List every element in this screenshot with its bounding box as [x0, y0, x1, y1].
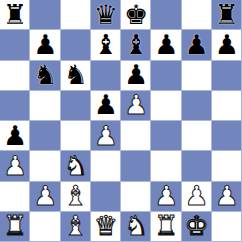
square-e1[interactable]: ♞ [121, 212, 151, 242]
square-e7[interactable]: ♝ [121, 30, 151, 60]
square-b8[interactable] [30, 0, 60, 30]
chess-board: ♜♛♚♜♟♝♝♟♟♟♞♞♟♟♟♟♟♟♞♟♝♟♟♟♜♝♛♞♜♚ [0, 0, 242, 242]
square-f5[interactable] [151, 91, 181, 121]
black-king-e8: ♚ [124, 1, 148, 28]
black-pawn-h7: ♟ [215, 31, 239, 58]
square-b4[interactable] [30, 121, 60, 151]
square-d1[interactable]: ♛ [91, 212, 121, 242]
white-knight-c3: ♞ [64, 152, 88, 179]
white-king-g1: ♚ [185, 212, 209, 239]
white-bishop-c2: ♝ [64, 182, 88, 209]
square-a3[interactable]: ♟ [0, 151, 30, 181]
square-f2[interactable]: ♟ [151, 182, 181, 212]
square-a5[interactable] [0, 91, 30, 121]
square-g3[interactable] [182, 151, 212, 181]
square-a2[interactable] [0, 182, 30, 212]
square-d5[interactable]: ♟ [91, 91, 121, 121]
square-h3[interactable] [212, 151, 242, 181]
square-e3[interactable] [121, 151, 151, 181]
square-f3[interactable] [151, 151, 181, 181]
square-g8[interactable] [182, 0, 212, 30]
black-pawn-f7: ♟ [154, 31, 178, 58]
square-e2[interactable] [121, 182, 151, 212]
white-pawn-a3: ♟ [3, 152, 27, 179]
square-d2[interactable] [91, 182, 121, 212]
square-b2[interactable]: ♟ [30, 182, 60, 212]
square-c4[interactable] [61, 121, 91, 151]
chess-board-container: ♜♛♚♜♟♝♝♟♟♟♞♞♟♟♟♟♟♟♞♟♝♟♟♟♜♝♛♞♜♚ [0, 0, 242, 242]
black-queen-d8: ♛ [94, 1, 118, 28]
white-pawn-d4: ♟ [94, 122, 118, 149]
square-f8[interactable] [151, 0, 181, 30]
square-g6[interactable] [182, 61, 212, 91]
square-c8[interactable] [61, 0, 91, 30]
square-h4[interactable] [212, 121, 242, 151]
square-b6[interactable]: ♞ [30, 61, 60, 91]
black-pawn-a4: ♟ [3, 122, 27, 149]
square-g7[interactable]: ♟ [182, 30, 212, 60]
black-bishop-e7: ♝ [124, 31, 148, 58]
black-pawn-d5: ♟ [94, 91, 118, 118]
black-rook-a8: ♜ [3, 1, 27, 28]
black-knight-b6: ♞ [33, 61, 57, 88]
square-c7[interactable] [61, 30, 91, 60]
black-rook-h8: ♜ [215, 1, 239, 28]
square-c2[interactable]: ♝ [61, 182, 91, 212]
square-f1[interactable]: ♜ [151, 212, 181, 242]
square-g4[interactable] [182, 121, 212, 151]
square-b3[interactable] [30, 151, 60, 181]
white-bishop-c1: ♝ [64, 212, 88, 239]
square-d8[interactable]: ♛ [91, 0, 121, 30]
square-a1[interactable]: ♜ [0, 212, 30, 242]
square-h6[interactable] [212, 61, 242, 91]
square-d3[interactable] [91, 151, 121, 181]
black-pawn-b7: ♟ [33, 31, 57, 58]
square-h2[interactable]: ♟ [212, 182, 242, 212]
square-a4[interactable]: ♟ [0, 121, 30, 151]
square-h1[interactable] [212, 212, 242, 242]
square-g1[interactable]: ♚ [182, 212, 212, 242]
square-e8[interactable]: ♚ [121, 0, 151, 30]
square-a6[interactable] [0, 61, 30, 91]
square-e4[interactable] [121, 121, 151, 151]
square-e6[interactable]: ♟ [121, 61, 151, 91]
white-queen-d1: ♛ [94, 212, 118, 239]
square-d4[interactable]: ♟ [91, 121, 121, 151]
square-d6[interactable] [91, 61, 121, 91]
square-c3[interactable]: ♞ [61, 151, 91, 181]
square-f7[interactable]: ♟ [151, 30, 181, 60]
black-pawn-g7: ♟ [185, 31, 209, 58]
square-c1[interactable]: ♝ [61, 212, 91, 242]
white-pawn-f2: ♟ [154, 182, 178, 209]
white-pawn-g2: ♟ [185, 182, 209, 209]
square-h8[interactable]: ♜ [212, 0, 242, 30]
black-pawn-e6: ♟ [124, 61, 148, 88]
black-knight-c6: ♞ [64, 61, 88, 88]
square-f6[interactable] [151, 61, 181, 91]
square-d7[interactable]: ♝ [91, 30, 121, 60]
white-rook-f1: ♜ [154, 212, 178, 239]
white-pawn-h2: ♟ [215, 182, 239, 209]
square-h5[interactable] [212, 91, 242, 121]
square-c5[interactable] [61, 91, 91, 121]
square-c6[interactable]: ♞ [61, 61, 91, 91]
square-f4[interactable] [151, 121, 181, 151]
square-a7[interactable] [0, 30, 30, 60]
square-b1[interactable] [30, 212, 60, 242]
square-g5[interactable] [182, 91, 212, 121]
square-b5[interactable] [30, 91, 60, 121]
square-h7[interactable]: ♟ [212, 30, 242, 60]
white-knight-e1: ♞ [124, 212, 148, 239]
square-b7[interactable]: ♟ [30, 30, 60, 60]
square-g2[interactable]: ♟ [182, 182, 212, 212]
white-pawn-b2: ♟ [33, 182, 57, 209]
white-pawn-e5: ♟ [124, 91, 148, 118]
square-e5[interactable]: ♟ [121, 91, 151, 121]
white-rook-a1: ♜ [3, 212, 27, 239]
black-bishop-d7: ♝ [94, 31, 118, 58]
square-a8[interactable]: ♜ [0, 0, 30, 30]
